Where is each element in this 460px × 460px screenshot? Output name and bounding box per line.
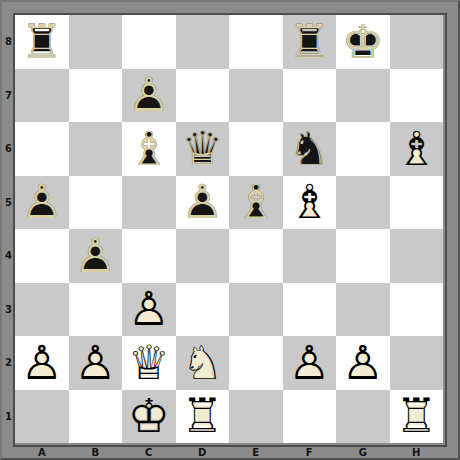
rank-label-7: 7 bbox=[3, 69, 14, 123]
square-g8[interactable]: ♚♔ bbox=[336, 15, 390, 69]
piece-line-glyph: ♙ bbox=[70, 338, 120, 388]
square-e1[interactable] bbox=[229, 390, 283, 444]
white-pawn-a2[interactable]: ♟♙ bbox=[17, 338, 67, 388]
square-d2[interactable]: ♞♘ bbox=[176, 336, 230, 390]
white-rook-d1[interactable]: ♜♖ bbox=[177, 391, 227, 441]
square-b4[interactable]: ♟♙ bbox=[69, 229, 123, 283]
piece-line-glyph: ♙ bbox=[338, 338, 388, 388]
square-g1[interactable] bbox=[336, 390, 390, 444]
square-b8[interactable] bbox=[69, 15, 123, 69]
piece-line-glyph: ♙ bbox=[124, 70, 174, 120]
square-h8[interactable] bbox=[390, 15, 444, 69]
square-d3[interactable] bbox=[176, 283, 230, 337]
file-label-h: H bbox=[390, 445, 444, 459]
black-pawn-a5[interactable]: ♟♙ bbox=[17, 177, 67, 227]
square-a7[interactable] bbox=[15, 69, 69, 123]
square-d6[interactable]: ♛♕ bbox=[176, 122, 230, 176]
square-a2[interactable]: ♟♙ bbox=[15, 336, 69, 390]
white-pawn-b2[interactable]: ♟♙ bbox=[70, 338, 120, 388]
black-pawn-c7[interactable]: ♟♙ bbox=[124, 70, 174, 120]
square-f7[interactable] bbox=[283, 69, 337, 123]
piece-line-glyph: ♗ bbox=[391, 124, 441, 174]
square-e4[interactable] bbox=[229, 229, 283, 283]
square-f6[interactable]: ♞♘ bbox=[283, 122, 337, 176]
piece-line-glyph: ♘ bbox=[177, 338, 227, 388]
square-g3[interactable] bbox=[336, 283, 390, 337]
square-b1[interactable] bbox=[69, 390, 123, 444]
black-rook-f8[interactable]: ♜♖ bbox=[284, 17, 334, 67]
piece-line-glyph: ♖ bbox=[391, 391, 441, 441]
square-e5[interactable]: ♝♗ bbox=[229, 176, 283, 230]
piece-line-glyph: ♘ bbox=[284, 124, 334, 174]
piece-line-glyph: ♗ bbox=[124, 124, 174, 174]
rank-label-2: 2 bbox=[3, 336, 14, 390]
piece-line-glyph: ♗ bbox=[231, 177, 281, 227]
square-g6[interactable] bbox=[336, 122, 390, 176]
piece-line-glyph: ♙ bbox=[17, 338, 67, 388]
square-h1[interactable]: ♜♖ bbox=[390, 390, 444, 444]
rank-label-8: 8 bbox=[3, 15, 14, 69]
square-d7[interactable] bbox=[176, 69, 230, 123]
black-pawn-d5[interactable]: ♟♙ bbox=[177, 177, 227, 227]
square-a4[interactable] bbox=[15, 229, 69, 283]
square-f4[interactable] bbox=[283, 229, 337, 283]
square-c4[interactable] bbox=[122, 229, 176, 283]
file-label-a: A bbox=[15, 445, 69, 459]
black-rook-a8[interactable]: ♜♖ bbox=[17, 17, 67, 67]
square-c8[interactable] bbox=[122, 15, 176, 69]
black-knight-f6[interactable]: ♞♘ bbox=[284, 124, 334, 174]
square-e2[interactable] bbox=[229, 336, 283, 390]
square-a8[interactable]: ♜♖ bbox=[15, 15, 69, 69]
black-queen-d6[interactable]: ♛♕ bbox=[177, 124, 227, 174]
white-queen-c2[interactable]: ♛♕ bbox=[124, 338, 174, 388]
white-pawn-c3[interactable]: ♟♙ bbox=[124, 284, 174, 334]
white-pawn-g2[interactable]: ♟♙ bbox=[338, 338, 388, 388]
square-g4[interactable] bbox=[336, 229, 390, 283]
square-e7[interactable] bbox=[229, 69, 283, 123]
square-f1[interactable] bbox=[283, 390, 337, 444]
rank-label-4: 4 bbox=[3, 229, 14, 283]
square-c6[interactable]: ♝♗ bbox=[122, 122, 176, 176]
square-a6[interactable] bbox=[15, 122, 69, 176]
piece-line-glyph: ♙ bbox=[177, 177, 227, 227]
piece-line-glyph: ♙ bbox=[284, 338, 334, 388]
square-h3[interactable] bbox=[390, 283, 444, 337]
square-b5[interactable] bbox=[69, 176, 123, 230]
square-d4[interactable] bbox=[176, 229, 230, 283]
square-c5[interactable] bbox=[122, 176, 176, 230]
piece-line-glyph: ♗ bbox=[284, 177, 334, 227]
square-f3[interactable] bbox=[283, 283, 337, 337]
square-h5[interactable] bbox=[390, 176, 444, 230]
square-h6[interactable]: ♝♗ bbox=[390, 122, 444, 176]
square-f5[interactable]: ♝♗ bbox=[283, 176, 337, 230]
rank-label-6: 6 bbox=[3, 122, 14, 176]
piece-line-glyph: ♖ bbox=[284, 17, 334, 67]
white-king-c1[interactable]: ♚♔ bbox=[124, 391, 174, 441]
square-b2[interactable]: ♟♙ bbox=[69, 336, 123, 390]
piece-line-glyph: ♖ bbox=[177, 391, 227, 441]
piece-line-glyph: ♖ bbox=[17, 17, 67, 67]
square-c7[interactable]: ♟♙ bbox=[122, 69, 176, 123]
square-d8[interactable] bbox=[176, 15, 230, 69]
square-e6[interactable] bbox=[229, 122, 283, 176]
square-g7[interactable] bbox=[336, 69, 390, 123]
black-king-g8[interactable]: ♚♔ bbox=[338, 17, 388, 67]
chess-board: ♜♖♜♖♚♔♟♙♝♗♛♕♞♘♝♗♟♙♟♙♝♗♝♗♟♙♟♙♟♙♟♙♛♕♞♘♟♙♟♙… bbox=[15, 15, 443, 443]
square-g5[interactable] bbox=[336, 176, 390, 230]
rank-label-1: 1 bbox=[3, 390, 14, 444]
square-g2[interactable]: ♟♙ bbox=[336, 336, 390, 390]
square-d5[interactable]: ♟♙ bbox=[176, 176, 230, 230]
square-e3[interactable] bbox=[229, 283, 283, 337]
white-rook-h1[interactable]: ♜♖ bbox=[391, 391, 441, 441]
file-label-e: E bbox=[229, 445, 283, 459]
file-label-c: C bbox=[122, 445, 176, 459]
piece-line-glyph: ♕ bbox=[177, 124, 227, 174]
square-a5[interactable]: ♟♙ bbox=[15, 176, 69, 230]
rank-label-5: 5 bbox=[3, 176, 14, 230]
piece-line-glyph: ♕ bbox=[124, 338, 174, 388]
file-label-d: D bbox=[176, 445, 230, 459]
square-c2[interactable]: ♛♕ bbox=[122, 336, 176, 390]
rank-label-3: 3 bbox=[3, 283, 14, 337]
square-b6[interactable] bbox=[69, 122, 123, 176]
piece-line-glyph: ♙ bbox=[70, 231, 120, 281]
square-e8[interactable] bbox=[229, 15, 283, 69]
file-label-b: B bbox=[69, 445, 123, 459]
piece-line-glyph: ♙ bbox=[17, 177, 67, 227]
board-stage: ♜♖♜♖♚♔♟♙♝♗♛♕♞♘♝♗♟♙♟♙♝♗♝♗♟♙♟♙♟♙♟♙♛♕♞♘♟♙♟♙… bbox=[0, 0, 460, 460]
square-a1[interactable] bbox=[15, 390, 69, 444]
square-f2[interactable]: ♟♙ bbox=[283, 336, 337, 390]
white-pawn-f2[interactable]: ♟♙ bbox=[284, 338, 334, 388]
square-h4[interactable] bbox=[390, 229, 444, 283]
piece-line-glyph: ♔ bbox=[124, 391, 174, 441]
square-a3[interactable] bbox=[15, 283, 69, 337]
file-label-f: F bbox=[283, 445, 337, 459]
square-h7[interactable] bbox=[390, 69, 444, 123]
black-bishop-e5[interactable]: ♝♗ bbox=[231, 177, 281, 227]
square-c3[interactable]: ♟♙ bbox=[122, 283, 176, 337]
square-b7[interactable] bbox=[69, 69, 123, 123]
square-h2[interactable] bbox=[390, 336, 444, 390]
square-d1[interactable]: ♜♖ bbox=[176, 390, 230, 444]
file-label-g: G bbox=[336, 445, 390, 459]
white-bishop-h6[interactable]: ♝♗ bbox=[391, 124, 441, 174]
square-b3[interactable] bbox=[69, 283, 123, 337]
white-knight-d2[interactable]: ♞♘ bbox=[177, 338, 227, 388]
white-bishop-f5[interactable]: ♝♗ bbox=[284, 177, 334, 227]
black-pawn-b4[interactable]: ♟♙ bbox=[70, 231, 120, 281]
square-f8[interactable]: ♜♖ bbox=[283, 15, 337, 69]
square-c1[interactable]: ♚♔ bbox=[122, 390, 176, 444]
piece-line-glyph: ♙ bbox=[124, 284, 174, 334]
black-bishop-c6[interactable]: ♝♗ bbox=[124, 124, 174, 174]
piece-line-glyph: ♔ bbox=[338, 17, 388, 67]
